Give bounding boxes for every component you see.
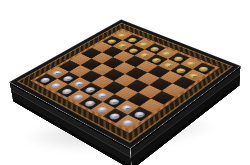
chess-case: ♜♞♝♛♚♝♞♜♟♟♟♟♟♟♟♟♟♟♟♟♟♟♟♟♜♞♝♛♚♝♞♜ <box>37 0 212 162</box>
piece-black-pawn[interactable]: ♟ <box>186 64 199 78</box>
piece-black-pawn[interactable]: ♟ <box>161 53 173 67</box>
piece-white-rook[interactable]: ♜ <box>118 106 135 125</box>
piece-black-pawn[interactable]: ♟ <box>174 58 187 72</box>
piece-black-pawn[interactable]: ♟ <box>138 44 150 57</box>
piece-black-pawn[interactable]: ♟ <box>150 48 162 61</box>
chess-set-photo: ♜♞♝♛♚♝♞♜♟♟♟♟♟♟♟♟♟♟♟♟♟♟♟♟♜♞♝♛♚♝♞♜ <box>0 0 250 165</box>
